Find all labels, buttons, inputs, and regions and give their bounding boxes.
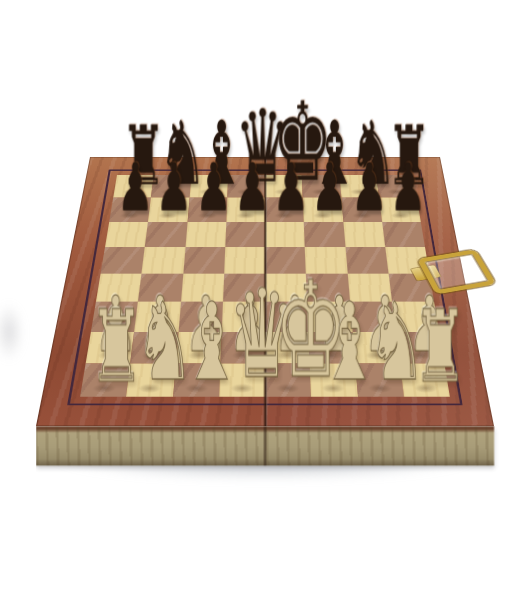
piece-black-pawn: ♟ bbox=[156, 154, 180, 221]
square-e7: ♟ bbox=[265, 198, 304, 222]
square-g5 bbox=[345, 247, 388, 274]
square-c7: ♟ bbox=[187, 198, 227, 222]
square-a5 bbox=[101, 247, 145, 274]
square-a1: ♜ bbox=[80, 363, 130, 397]
piece-white-king: ♚ bbox=[274, 263, 303, 395]
square-a7: ♟ bbox=[109, 198, 151, 222]
square-e6 bbox=[265, 222, 305, 247]
piece-black-pawn: ♟ bbox=[195, 154, 219, 221]
square-h6 bbox=[382, 222, 425, 247]
piece-black-pawn: ♟ bbox=[117, 154, 141, 221]
piece-black-pawn: ♟ bbox=[389, 154, 413, 221]
scene: ♜♞♝♛♚♝♞♜♟♟♟♟♟♟♟♟♟♟♟♟♟♟♟♟♜♞♝♛♚♝♞♜ bbox=[90, 157, 440, 487]
box-front-seam bbox=[264, 426, 267, 465]
chess-set-photo: ♜♞♝♛♚♝♞♜♟♟♟♟♟♟♟♟♟♟♟♟♟♟♟♟♜♞♝♛♚♝♞♜ bbox=[0, 0, 529, 600]
piece-black-pawn: ♟ bbox=[233, 154, 257, 221]
square-b5 bbox=[142, 247, 185, 274]
piece-white-bishop: ♝ bbox=[320, 289, 349, 396]
piece-white-knight: ♞ bbox=[135, 289, 164, 396]
board-3d: ♜♞♝♛♚♝♞♜♟♟♟♟♟♟♟♟♟♟♟♟♟♟♟♟♜♞♝♛♚♝♞♜ bbox=[36, 157, 494, 426]
square-c5 bbox=[183, 247, 225, 274]
square-b6 bbox=[145, 222, 187, 247]
background-smudge bbox=[0, 296, 26, 368]
square-d6 bbox=[225, 222, 265, 247]
piece-black-pawn: ♟ bbox=[272, 154, 296, 221]
piece-white-rook: ♜ bbox=[412, 297, 441, 396]
piece-white-knight: ♞ bbox=[366, 289, 395, 396]
piece-white-bishop: ♝ bbox=[181, 289, 210, 396]
square-f6 bbox=[304, 222, 345, 247]
square-b7: ♟ bbox=[148, 198, 189, 222]
piece-white-queen: ♛ bbox=[228, 274, 257, 396]
piece-white-rook: ♜ bbox=[89, 297, 118, 396]
box-front-side bbox=[36, 426, 494, 465]
piece-black-pawn: ♟ bbox=[350, 154, 374, 221]
square-a6 bbox=[105, 222, 148, 247]
piece-black-pawn: ♟ bbox=[311, 154, 335, 221]
board-grid: ♜♞♝♛♚♝♞♜♟♟♟♟♟♟♟♟♟♟♟♟♟♟♟♟♜♞♝♛♚♝♞♜ bbox=[80, 175, 450, 397]
square-c6 bbox=[185, 222, 226, 247]
square-g6 bbox=[343, 222, 385, 247]
chess-board: ♜♞♝♛♚♝♞♜♟♟♟♟♟♟♟♟♟♟♟♟♟♟♟♟♜♞♝♛♚♝♞♜ bbox=[36, 157, 494, 426]
